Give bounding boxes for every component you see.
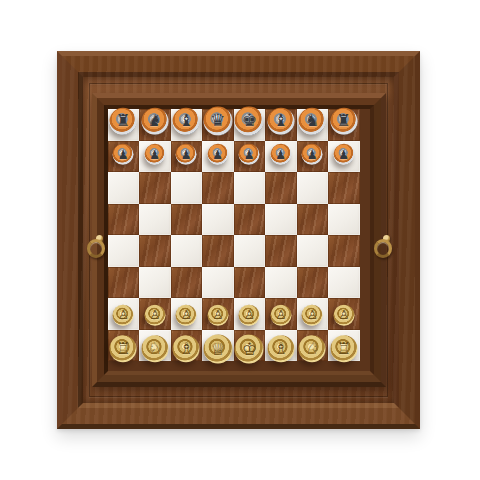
- piece-black-pawn[interactable]: ♟: [239, 144, 260, 165]
- square-f6[interactable]: [265, 172, 297, 204]
- chess-board: ♜♞♝♛♚♝♞♜♟♟♟♟♟♟♟♟♙♙♙♙♙♙♙♙♖♘♗♕♔♗♘♖: [108, 109, 360, 361]
- piece-black-pawn[interactable]: ♟: [113, 144, 134, 165]
- piece-black-bishop[interactable]: ♝: [173, 107, 200, 134]
- square-a3[interactable]: [108, 267, 140, 299]
- black-pawn-icon: ♟: [149, 149, 160, 161]
- piece-black-bishop[interactable]: ♝: [267, 107, 294, 134]
- square-g1[interactable]: ♘: [297, 330, 329, 362]
- square-b1[interactable]: ♘: [139, 330, 171, 362]
- square-e7[interactable]: ♟: [234, 141, 266, 173]
- square-g2[interactable]: ♙: [297, 298, 329, 330]
- piece-black-knight[interactable]: ♞: [299, 107, 326, 134]
- piece-black-queen[interactable]: ♛: [203, 106, 232, 135]
- piece-black-pawn[interactable]: ♟: [333, 144, 354, 165]
- square-f7[interactable]: ♟: [265, 141, 297, 173]
- square-d3[interactable]: [202, 267, 234, 299]
- white-bishop-icon: ♗: [274, 341, 288, 357]
- square-c1[interactable]: ♗: [171, 330, 203, 362]
- square-a6[interactable]: [108, 172, 140, 204]
- square-e2[interactable]: ♙: [234, 298, 266, 330]
- square-h5[interactable]: [328, 204, 360, 236]
- square-c5[interactable]: [171, 204, 203, 236]
- white-bishop-icon: ♗: [179, 341, 193, 357]
- white-knight-icon: ♘: [148, 341, 162, 357]
- square-g7[interactable]: ♟: [297, 141, 329, 173]
- square-f4[interactable]: [265, 235, 297, 267]
- piece-white-bishop[interactable]: ♗: [267, 336, 294, 363]
- black-queen-icon: ♛: [210, 112, 225, 129]
- outer-frame-face: ♜♞♝♛♚♝♞♜♟♟♟♟♟♟♟♟♙♙♙♙♙♙♙♙♖♘♗♕♔♗♘♖: [62, 56, 415, 424]
- square-b7[interactable]: ♟: [139, 141, 171, 173]
- square-d6[interactable]: [202, 172, 234, 204]
- square-h6[interactable]: [328, 172, 360, 204]
- white-queen-icon: ♕: [210, 341, 225, 358]
- square-d4[interactable]: [202, 235, 234, 267]
- square-g4[interactable]: [297, 235, 329, 267]
- outer-frame: ♜♞♝♛♚♝♞♜♟♟♟♟♟♟♟♟♙♙♙♙♙♙♙♙♖♘♗♕♔♗♘♖: [57, 51, 420, 429]
- square-g6[interactable]: [297, 172, 329, 204]
- square-d7[interactable]: ♟: [202, 141, 234, 173]
- white-king-icon: ♔: [242, 341, 257, 358]
- piece-white-pawn[interactable]: ♙: [207, 305, 228, 326]
- square-b5[interactable]: [139, 204, 171, 236]
- piece-white-pawn[interactable]: ♙: [176, 305, 197, 326]
- piece-white-pawn[interactable]: ♙: [302, 305, 323, 326]
- square-e4[interactable]: [234, 235, 266, 267]
- board-well: ♜♞♝♛♚♝♞♜♟♟♟♟♟♟♟♟♙♙♙♙♙♙♙♙♖♘♗♕♔♗♘♖: [104, 105, 374, 375]
- square-c7[interactable]: ♟: [171, 141, 203, 173]
- black-pawn-icon: ♟: [244, 149, 255, 161]
- ring-icon: [87, 239, 105, 258]
- piece-black-knight[interactable]: ♞: [141, 107, 168, 134]
- square-h4[interactable]: [328, 235, 360, 267]
- piece-white-king[interactable]: ♔: [235, 335, 264, 364]
- white-pawn-icon: ♙: [149, 309, 160, 321]
- white-pawn-icon: ♙: [307, 309, 318, 321]
- square-c8[interactable]: ♝: [171, 109, 203, 141]
- square-e8[interactable]: ♚: [234, 109, 266, 141]
- square-d2[interactable]: ♙: [202, 298, 234, 330]
- square-a5[interactable]: [108, 204, 140, 236]
- square-f1[interactable]: ♗: [265, 330, 297, 362]
- piece-black-rook[interactable]: ♜: [330, 107, 357, 134]
- black-knight-icon: ♞: [305, 113, 319, 129]
- square-c2[interactable]: ♙: [171, 298, 203, 330]
- square-c4[interactable]: [171, 235, 203, 267]
- square-a8[interactable]: ♜: [108, 109, 140, 141]
- square-a4[interactable]: [108, 235, 140, 267]
- piece-black-pawn[interactable]: ♟: [270, 144, 291, 165]
- black-bishop-icon: ♝: [179, 113, 193, 129]
- outer-frame-inner-bevel: ♜♞♝♛♚♝♞♜♟♟♟♟♟♟♟♟♙♙♙♙♙♙♙♙♖♘♗♕♔♗♘♖: [78, 72, 399, 408]
- black-pawn-icon: ♟: [307, 149, 318, 161]
- white-pawn-icon: ♙: [212, 309, 223, 321]
- white-pawn-icon: ♙: [244, 309, 255, 321]
- white-knight-icon: ♘: [305, 341, 319, 357]
- white-pawn-icon: ♙: [181, 309, 192, 321]
- black-bishop-icon: ♝: [274, 113, 288, 129]
- piece-white-rook[interactable]: ♖: [110, 336, 137, 363]
- box-recess: ♜♞♝♛♚♝♞♜♟♟♟♟♟♟♟♟♙♙♙♙♙♙♙♙♖♘♗♕♔♗♘♖: [83, 77, 394, 403]
- piece-black-rook[interactable]: ♜: [110, 107, 137, 134]
- black-rook-icon: ♜: [116, 113, 130, 129]
- white-rook-icon: ♖: [337, 341, 351, 357]
- piece-white-queen[interactable]: ♕: [203, 335, 232, 364]
- board-frame-face: ♜♞♝♛♚♝♞♜♟♟♟♟♟♟♟♟♙♙♙♙♙♙♙♙♖♘♗♕♔♗♘♖: [97, 98, 381, 382]
- square-f2[interactable]: ♙: [265, 298, 297, 330]
- square-b2[interactable]: ♙: [139, 298, 171, 330]
- square-c6[interactable]: [171, 172, 203, 204]
- left-ring-pull[interactable]: [86, 232, 104, 254]
- square-g3[interactable]: [297, 267, 329, 299]
- square-f3[interactable]: [265, 267, 297, 299]
- white-rook-icon: ♖: [116, 341, 130, 357]
- black-pawn-icon: ♟: [181, 149, 192, 161]
- square-g8[interactable]: ♞: [297, 109, 329, 141]
- square-h8[interactable]: ♜: [328, 109, 360, 141]
- right-ring-pull[interactable]: [373, 232, 391, 254]
- square-b4[interactable]: [139, 235, 171, 267]
- piece-black-pawn[interactable]: ♟: [144, 144, 165, 165]
- white-pawn-icon: ♙: [275, 309, 286, 321]
- chess-box: ♜♞♝♛♚♝♞♜♟♟♟♟♟♟♟♟♙♙♙♙♙♙♙♙♖♘♗♕♔♗♘♖: [57, 51, 420, 429]
- piece-white-rook[interactable]: ♖: [330, 336, 357, 363]
- square-a2[interactable]: ♙: [108, 298, 140, 330]
- square-d1[interactable]: ♕: [202, 330, 234, 362]
- photo-stage: ♜♞♝♛♚♝♞♜♟♟♟♟♟♟♟♟♙♙♙♙♙♙♙♙♖♘♗♕♔♗♘♖: [0, 0, 480, 480]
- square-e6[interactable]: [234, 172, 266, 204]
- square-e3[interactable]: [234, 267, 266, 299]
- black-king-icon: ♚: [242, 112, 257, 129]
- square-a1[interactable]: ♖: [108, 330, 140, 362]
- square-f5[interactable]: [265, 204, 297, 236]
- square-c3[interactable]: [171, 267, 203, 299]
- square-h2[interactable]: ♙: [328, 298, 360, 330]
- piece-white-pawn[interactable]: ♙: [333, 305, 354, 326]
- square-e5[interactable]: [234, 204, 266, 236]
- white-pawn-icon: ♙: [118, 309, 129, 321]
- square-b6[interactable]: [139, 172, 171, 204]
- square-b3[interactable]: [139, 267, 171, 299]
- black-pawn-icon: ♟: [212, 149, 223, 161]
- black-pawn-icon: ♟: [338, 149, 349, 161]
- piece-white-pawn[interactable]: ♙: [270, 305, 291, 326]
- white-pawn-icon: ♙: [338, 309, 349, 321]
- board-frame: ♜♞♝♛♚♝♞♜♟♟♟♟♟♟♟♟♙♙♙♙♙♙♙♙♖♘♗♕♔♗♘♖: [92, 93, 386, 387]
- black-rook-icon: ♜: [337, 113, 351, 129]
- piece-black-pawn[interactable]: ♟: [176, 144, 197, 165]
- black-pawn-icon: ♟: [118, 149, 129, 161]
- piece-white-knight[interactable]: ♘: [141, 336, 168, 363]
- square-h1[interactable]: ♖: [328, 330, 360, 362]
- piece-white-pawn[interactable]: ♙: [113, 305, 134, 326]
- piece-white-knight[interactable]: ♘: [299, 336, 326, 363]
- square-b8[interactable]: ♞: [139, 109, 171, 141]
- square-g5[interactable]: [297, 204, 329, 236]
- piece-white-pawn[interactable]: ♙: [144, 305, 165, 326]
- square-d5[interactable]: [202, 204, 234, 236]
- square-h7[interactable]: ♟: [328, 141, 360, 173]
- square-e1[interactable]: ♔: [234, 330, 266, 362]
- piece-black-king[interactable]: ♚: [235, 106, 264, 135]
- square-h3[interactable]: [328, 267, 360, 299]
- piece-white-pawn[interactable]: ♙: [239, 305, 260, 326]
- piece-black-pawn[interactable]: ♟: [207, 144, 228, 165]
- ring-icon: [374, 239, 392, 258]
- piece-white-bishop[interactable]: ♗: [173, 336, 200, 363]
- square-d8[interactable]: ♛: [202, 109, 234, 141]
- piece-black-pawn[interactable]: ♟: [302, 144, 323, 165]
- black-knight-icon: ♞: [148, 113, 162, 129]
- square-f8[interactable]: ♝: [265, 109, 297, 141]
- square-a7[interactable]: ♟: [108, 141, 140, 173]
- black-pawn-icon: ♟: [275, 149, 286, 161]
